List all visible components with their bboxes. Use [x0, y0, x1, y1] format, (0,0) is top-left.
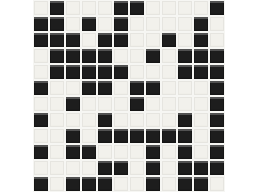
tile-r7-c3-white: [82, 113, 96, 127]
tile-r0-c11-black: [210, 1, 224, 15]
tile-r5-c9-white: [178, 81, 192, 95]
tile-r1-c11-white: [210, 17, 224, 31]
tile-r11-c11-white: [210, 177, 224, 191]
tile-r11-c8-white: [162, 177, 176, 191]
tile-r5-c0-black: [34, 81, 48, 95]
tile-r0-c7-white: [146, 1, 160, 15]
tile-r7-c7-white: [146, 113, 160, 127]
tile-r0-c5-black: [114, 1, 128, 15]
tile-r11-c2-black: [66, 177, 80, 191]
tile-r9-c7-black: [146, 145, 160, 159]
tile-r9-c9-black: [178, 145, 192, 159]
tile-r1-c10-black: [194, 17, 208, 31]
tile-r11-c5-white: [114, 177, 128, 191]
tile-r5-c8-white: [162, 81, 176, 95]
tile-r10-c0-white: [34, 161, 48, 175]
tile-r9-c1-white: [50, 145, 64, 159]
tile-r9-c0-black: [34, 145, 48, 159]
tile-r3-c11-black: [210, 49, 224, 63]
tile-r1-c4-white: [98, 17, 112, 31]
tile-r2-c6-white: [130, 33, 144, 47]
tile-r8-c9-black: [178, 129, 192, 143]
tile-r10-c8-white: [162, 161, 176, 175]
tile-r9-c11-black: [210, 145, 224, 159]
tile-r3-c0-white: [34, 49, 48, 63]
tile-r7-c8-white: [162, 113, 176, 127]
tile-r0-c2-white: [66, 1, 80, 15]
tile-r8-c0-white: [34, 129, 48, 143]
tile-r5-c2-white: [66, 81, 80, 95]
tile-r4-c9-black: [178, 65, 192, 79]
tile-r9-c5-white: [114, 145, 128, 159]
tile-r7-c0-black: [34, 113, 48, 127]
tile-r1-c7-white: [146, 17, 160, 31]
tile-r8-c8-black: [162, 129, 176, 143]
tile-r6-c5-white: [114, 97, 128, 111]
tile-r11-c3-black: [82, 177, 96, 191]
tile-r3-c2-black: [66, 49, 80, 63]
mosaic-board: [33, 0, 225, 192]
tile-r5-c6-black: [130, 81, 144, 95]
tile-r8-c11-black: [210, 129, 224, 143]
tile-r1-c6-white: [130, 17, 144, 31]
tile-r8-c4-black: [98, 129, 112, 143]
tile-r3-c5-white: [114, 49, 128, 63]
tile-r5-c10-white: [194, 81, 208, 95]
tile-r10-c5-black: [114, 161, 128, 175]
tile-r0-c10-white: [194, 1, 208, 15]
tile-r0-c1-black: [50, 1, 64, 15]
tile-r6-c6-black: [130, 97, 144, 111]
tile-r2-c10-black: [194, 33, 208, 47]
tile-r4-c5-black: [114, 65, 128, 79]
tile-r11-c6-white: [130, 177, 144, 191]
tile-r9-c4-white: [98, 145, 112, 159]
tile-r8-c5-black: [114, 129, 128, 143]
tile-r4-c10-black: [194, 65, 208, 79]
tile-r2-c2-black: [66, 33, 80, 47]
tile-r1-c3-black: [82, 17, 96, 31]
tile-r2-c3-white: [82, 33, 96, 47]
tile-r11-c7-black: [146, 177, 160, 191]
tile-r2-c0-black: [34, 33, 48, 47]
tile-r4-c2-black: [66, 65, 80, 79]
tile-r10-c11-black: [210, 161, 224, 175]
tile-r9-c10-white: [194, 145, 208, 159]
tile-r4-c3-black: [82, 65, 96, 79]
tile-r5-c3-black: [82, 81, 96, 95]
tile-r8-c2-black: [66, 129, 80, 143]
tile-r5-c5-white: [114, 81, 128, 95]
tile-r6-c10-white: [194, 97, 208, 111]
tile-r6-c0-white: [34, 97, 48, 111]
tile-r5-c4-black: [98, 81, 112, 95]
tile-r4-c11-black: [210, 65, 224, 79]
tile-r1-c0-black: [34, 17, 48, 31]
tile-r2-c8-black: [162, 33, 176, 47]
tile-r6-c8-white: [162, 97, 176, 111]
tile-r10-c1-white: [50, 161, 64, 175]
tile-r9-c8-white: [162, 145, 176, 159]
tile-r7-c2-white: [66, 113, 80, 127]
tile-r6-c2-black: [66, 97, 80, 111]
tile-r9-c2-black: [66, 145, 80, 159]
tile-r4-c8-white: [162, 65, 176, 79]
tile-r6-c7-white: [146, 97, 160, 111]
tile-r3-c10-black: [194, 49, 208, 63]
tile-r5-c1-white: [50, 81, 64, 95]
tile-r11-c0-black: [34, 177, 48, 191]
tile-r2-c9-white: [178, 33, 192, 47]
tile-r1-c8-white: [162, 17, 176, 31]
tile-r1-c2-white: [66, 17, 80, 31]
mosaic-sheet-canvas: [0, 0, 262, 192]
tile-r4-c6-white: [130, 65, 144, 79]
tile-r6-c1-white: [50, 97, 64, 111]
tile-r11-c4-black: [98, 177, 112, 191]
tile-r7-c6-white: [130, 113, 144, 127]
tile-r8-c1-white: [50, 129, 64, 143]
tile-r7-c1-white: [50, 113, 64, 127]
tile-r5-c11-black: [210, 81, 224, 95]
tile-r2-c11-white: [210, 33, 224, 47]
tile-r6-c11-black: [210, 97, 224, 111]
tile-r2-c7-white: [146, 33, 160, 47]
tile-r0-c4-white: [98, 1, 112, 15]
tile-r3-c4-black: [98, 49, 112, 63]
tile-r3-c7-black: [146, 49, 160, 63]
tile-r10-c2-white: [66, 161, 80, 175]
tile-r2-c4-black: [98, 33, 112, 47]
tile-r3-c8-white: [162, 49, 176, 63]
tile-r6-c9-white: [178, 97, 192, 111]
tile-r10-c7-black: [146, 161, 160, 175]
tile-r2-c5-black: [114, 33, 128, 47]
tile-r10-c9-black: [178, 161, 192, 175]
tile-r6-c3-white: [82, 97, 96, 111]
tile-r4-c1-black: [50, 65, 64, 79]
tile-r3-c9-black: [178, 49, 192, 63]
tile-r4-c0-white: [34, 65, 48, 79]
tile-r7-c4-black: [98, 113, 112, 127]
tile-r8-c6-black: [130, 129, 144, 143]
tile-r0-c0-white: [34, 1, 48, 15]
tile-r10-c6-white: [130, 161, 144, 175]
tile-r3-c1-black: [50, 49, 64, 63]
tile-r9-c6-white: [130, 145, 144, 159]
tile-r0-c3-white: [82, 1, 96, 15]
tile-r11-c10-black: [194, 177, 208, 191]
tile-r11-c1-white: [50, 177, 64, 191]
tile-r10-c10-black: [194, 161, 208, 175]
tile-r7-c5-white: [114, 113, 128, 127]
tile-r8-c7-black: [146, 129, 160, 143]
tile-r1-c1-black: [50, 17, 64, 31]
tile-r8-c3-white: [82, 129, 96, 143]
tile-r7-c9-black: [178, 113, 192, 127]
tile-r11-c9-black: [178, 177, 192, 191]
tile-r6-c4-white: [98, 97, 112, 111]
tile-r1-c9-white: [178, 17, 192, 31]
tile-r10-c4-black: [98, 161, 112, 175]
tile-r3-c3-black: [82, 49, 96, 63]
tile-r4-c4-black: [98, 65, 112, 79]
tile-r1-c5-black: [114, 17, 128, 31]
tile-r0-c6-black: [130, 1, 144, 15]
tile-r0-c9-white: [178, 1, 192, 15]
tile-r3-c6-white: [130, 49, 144, 63]
tile-r10-c3-white: [82, 161, 96, 175]
tile-r7-c10-white: [194, 113, 208, 127]
tile-r5-c7-black: [146, 81, 160, 95]
tile-r7-c11-black: [210, 113, 224, 127]
tile-r4-c7-white: [146, 65, 160, 79]
tile-r0-c8-white: [162, 1, 176, 15]
tile-r8-c10-white: [194, 129, 208, 143]
tile-r9-c3-black: [82, 145, 96, 159]
tile-r2-c1-black: [50, 33, 64, 47]
